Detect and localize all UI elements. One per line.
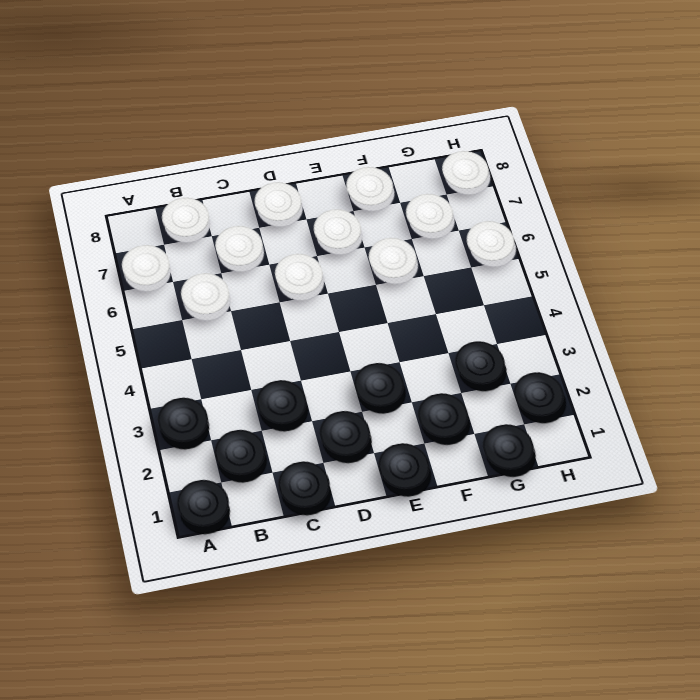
checkers-mat: AA88BB77CC66DD55EE44FF33GG22HH11 <box>48 106 659 595</box>
coordinate-band: AA88BB77CC66DD55EE44FF33GG22HH11 <box>70 123 632 573</box>
